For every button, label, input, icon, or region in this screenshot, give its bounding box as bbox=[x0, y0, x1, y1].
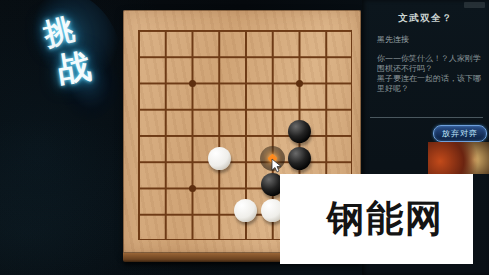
watermark-text: 钢能网 bbox=[327, 194, 444, 244]
black-stone bbox=[288, 120, 311, 143]
watermark-box: 钢能网 bbox=[280, 174, 473, 264]
star-point bbox=[296, 80, 303, 87]
black-stone bbox=[288, 147, 311, 170]
character-portrait-fragment bbox=[428, 142, 489, 174]
dialogue-line-1: 你——你笑什么！？人家刚学围棋还不行吗？ bbox=[377, 54, 483, 74]
challenge-char-2: 战 bbox=[55, 44, 95, 94]
white-stone bbox=[208, 147, 231, 170]
star-point bbox=[189, 80, 196, 87]
star-point bbox=[189, 185, 196, 192]
panel-divider bbox=[370, 117, 483, 118]
challenge-banner: 挑 战 bbox=[22, 0, 122, 130]
puzzle-task: 黑先连接 bbox=[377, 34, 489, 45]
cursor-icon bbox=[271, 158, 283, 174]
top-right-faint-ui bbox=[464, 2, 485, 8]
give-up-game-button[interactable]: 放弃对弈 bbox=[433, 125, 487, 142]
puzzle-title: 文武双全？ bbox=[362, 12, 489, 25]
game-screen: 挑 战 文武双全？ 黑先连接 你——你笑什么！？人家刚学围棋还不行吗？ 黑子要连… bbox=[0, 0, 489, 275]
dialogue-text: 你——你笑什么！？人家刚学围棋还不行吗？ 黑子要连在一起的话，该下哪里好呢？ bbox=[377, 54, 483, 94]
dialogue-line-2: 黑子要连在一起的话，该下哪里好呢？ bbox=[377, 74, 483, 94]
